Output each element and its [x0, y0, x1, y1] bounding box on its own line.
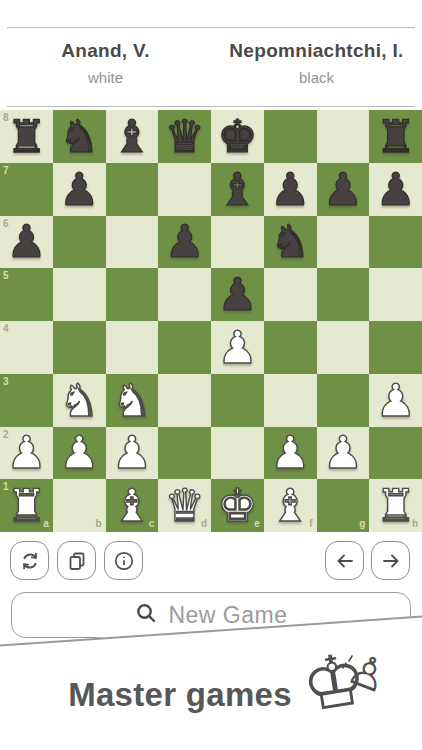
white-rook[interactable]: ♜ [369, 479, 422, 532]
square-c4[interactable] [106, 321, 159, 374]
info-icon [113, 550, 135, 572]
white-knight[interactable]: ♞ [53, 374, 106, 427]
square-h1[interactable]: h♜ [369, 479, 422, 532]
square-c3[interactable]: ♞ [106, 374, 159, 427]
black-pawn[interactable]: ♟ [0, 216, 53, 269]
black-knight[interactable]: ♞ [264, 216, 317, 269]
white-bishop[interactable]: ♝ [264, 479, 317, 532]
square-h8[interactable]: ♜ [369, 110, 422, 163]
square-a8[interactable]: 8♜ [0, 110, 53, 163]
square-b3[interactable]: ♞ [53, 374, 106, 427]
square-c1[interactable]: c♝ [106, 479, 159, 532]
white-knight[interactable]: ♞ [106, 374, 159, 427]
file-label-g: g [359, 519, 365, 529]
square-d2[interactable] [158, 427, 211, 480]
square-h7[interactable]: ♟ [369, 163, 422, 216]
square-d4[interactable] [158, 321, 211, 374]
previous-move-button[interactable] [325, 541, 364, 580]
square-h5[interactable] [369, 268, 422, 321]
chess-app: Anand, V. white Nepomniachtchi, I. black… [0, 0, 422, 750]
square-b5[interactable] [53, 268, 106, 321]
white-queen[interactable]: ♛ [158, 479, 211, 532]
square-d7[interactable] [158, 163, 211, 216]
square-d5[interactable] [158, 268, 211, 321]
black-king[interactable]: ♚ [211, 110, 264, 163]
square-b4[interactable] [53, 321, 106, 374]
search-placeholder: New Game [168, 602, 287, 629]
square-e7[interactable]: ♝ [211, 163, 264, 216]
white-player-name: Anand, V. [0, 40, 211, 62]
rank-label-5: 5 [3, 271, 9, 281]
copy-icon [66, 550, 88, 572]
square-h2[interactable] [369, 427, 422, 480]
square-h6[interactable] [369, 216, 422, 269]
search-icon [134, 601, 158, 629]
square-f3[interactable] [264, 374, 317, 427]
white-player-panel: Anand, V. white [0, 40, 211, 86]
square-d1[interactable]: d♛ [158, 479, 211, 532]
flip-board-button[interactable] [10, 541, 49, 580]
square-g2[interactable]: ♟ [317, 427, 370, 480]
square-d8[interactable]: ♛ [158, 110, 211, 163]
square-d3[interactable] [158, 374, 211, 427]
info-button[interactable] [104, 541, 143, 580]
square-g8[interactable] [317, 110, 370, 163]
square-c2[interactable]: ♟ [106, 427, 159, 480]
square-g3[interactable] [317, 374, 370, 427]
next-move-button[interactable] [371, 541, 410, 580]
white-player-side-label: white [0, 69, 211, 86]
square-g6[interactable] [317, 216, 370, 269]
white-pawn[interactable]: ♟ [0, 427, 53, 480]
square-d6[interactable]: ♟ [158, 216, 211, 269]
square-f2[interactable]: ♟ [264, 427, 317, 480]
chess-board: 8♜♞♝♛♚♜7♟♝♟♟♟6♟♟♞5♟4♟3♞♞♟2♟♟♟♟♟1a♜bc♝d♛e… [0, 110, 422, 532]
black-queen[interactable]: ♛ [158, 110, 211, 163]
black-player-side-label: black [211, 69, 422, 86]
black-bishop[interactable]: ♝ [211, 163, 264, 216]
black-player-panel: Nepomniachtchi, I. black [211, 40, 422, 86]
black-pawn[interactable]: ♟ [158, 216, 211, 269]
square-g7[interactable]: ♟ [317, 163, 370, 216]
black-pawn[interactable]: ♟ [211, 268, 264, 321]
square-b6[interactable] [53, 216, 106, 269]
square-a4[interactable]: 4 [0, 321, 53, 374]
white-pawn[interactable]: ♟ [369, 374, 422, 427]
square-h4[interactable] [369, 321, 422, 374]
impact-lines-icon [340, 654, 354, 670]
white-pawn[interactable]: ♟ [264, 427, 317, 480]
file-label-b: b [95, 519, 101, 529]
square-b7[interactable]: ♟ [53, 163, 106, 216]
square-c8[interactable]: ♝ [106, 110, 159, 163]
black-pawn[interactable]: ♟ [264, 163, 317, 216]
black-pawn[interactable]: ♟ [53, 163, 106, 216]
square-a2[interactable]: 2♟ [0, 427, 53, 480]
copy-button[interactable] [57, 541, 96, 580]
white-pawn[interactable]: ♟ [211, 321, 264, 374]
arrow-left-icon [334, 550, 356, 572]
rank-label-7: 7 [3, 166, 9, 176]
square-e6[interactable] [211, 216, 264, 269]
falling-king-and-pawn-illustration: ♔ ♙ [296, 636, 408, 744]
square-a7[interactable]: 7 [0, 163, 53, 216]
black-player-name: Nepomniachtchi, I. [211, 40, 422, 62]
white-king[interactable]: ♚ [211, 479, 264, 532]
square-b2[interactable]: ♟ [53, 427, 106, 480]
square-e2[interactable] [211, 427, 264, 480]
square-e8[interactable]: ♚ [211, 110, 264, 163]
black-knight[interactable]: ♞ [53, 110, 106, 163]
square-b8[interactable]: ♞ [53, 110, 106, 163]
square-f8[interactable] [264, 110, 317, 163]
arrow-right-icon [380, 550, 402, 572]
black-pawn[interactable]: ♟ [369, 163, 422, 216]
square-h3[interactable]: ♟ [369, 374, 422, 427]
square-a3[interactable]: 3 [0, 374, 53, 427]
rank-label-3: 3 [3, 377, 9, 387]
square-f6[interactable]: ♞ [264, 216, 317, 269]
black-rook[interactable]: ♜ [0, 110, 53, 163]
white-rook[interactable]: ♜ [0, 479, 53, 532]
header-top-divider [7, 27, 415, 28]
white-pawn[interactable]: ♟ [53, 427, 106, 480]
white-pawn[interactable]: ♟ [106, 427, 159, 480]
black-pawn[interactable]: ♟ [317, 163, 370, 216]
square-g1[interactable]: g [317, 479, 370, 532]
square-e5[interactable]: ♟ [211, 268, 264, 321]
rank-label-4: 4 [3, 324, 9, 334]
square-c5[interactable] [106, 268, 159, 321]
square-f4[interactable] [264, 321, 317, 374]
square-f7[interactable]: ♟ [264, 163, 317, 216]
square-c7[interactable] [106, 163, 159, 216]
header-bottom-divider [7, 106, 415, 107]
square-f1[interactable]: f♝ [264, 479, 317, 532]
square-e4[interactable]: ♟ [211, 321, 264, 374]
refresh-icon [19, 550, 41, 572]
square-e1[interactable]: e♚ [211, 479, 264, 532]
square-c6[interactable] [106, 216, 159, 269]
square-g5[interactable] [317, 268, 370, 321]
white-bishop[interactable]: ♝ [106, 479, 159, 532]
square-b1[interactable]: b [53, 479, 106, 532]
square-a5[interactable]: 5 [0, 268, 53, 321]
square-a1[interactable]: 1a♜ [0, 479, 53, 532]
white-pawn[interactable]: ♟ [317, 427, 370, 480]
square-f5[interactable] [264, 268, 317, 321]
square-e3[interactable] [211, 374, 264, 427]
black-rook[interactable]: ♜ [369, 110, 422, 163]
square-a6[interactable]: 6♟ [0, 216, 53, 269]
square-g4[interactable] [317, 321, 370, 374]
black-bishop[interactable]: ♝ [106, 110, 159, 163]
